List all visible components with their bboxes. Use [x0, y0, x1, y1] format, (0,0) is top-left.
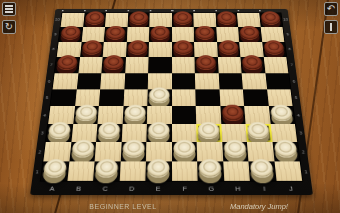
square-J8[interactable] [262, 42, 287, 57]
square-A7[interactable] [55, 57, 80, 73]
white-piece[interactable] [173, 142, 195, 160]
file-label: E [145, 185, 172, 191]
square-A1[interactable] [41, 161, 69, 181]
white-piece[interactable] [124, 106, 146, 123]
rank-label: 9 [283, 27, 292, 42]
square-J7 [263, 57, 288, 73]
square-C5[interactable] [99, 89, 124, 106]
square-C3[interactable] [96, 124, 122, 142]
white-piece[interactable] [75, 106, 98, 123]
red-piece[interactable] [56, 57, 78, 72]
file-label: H [224, 185, 251, 191]
rank-label: 7 [287, 57, 296, 73]
square-G5[interactable] [195, 89, 220, 106]
square-A9[interactable] [59, 27, 83, 42]
red-piece[interactable] [103, 57, 124, 72]
red-piece[interactable] [60, 27, 81, 41]
square-G3[interactable] [196, 124, 222, 142]
square-A6 [53, 73, 78, 89]
square-J1 [274, 161, 302, 181]
red-piece[interactable] [222, 106, 244, 123]
square-D1 [119, 161, 146, 181]
white-piece[interactable] [223, 142, 246, 160]
square-I1[interactable] [248, 161, 276, 181]
file-label: I [251, 185, 278, 191]
square-E5[interactable] [147, 89, 171, 106]
square-G6 [195, 73, 219, 89]
file-label: J [277, 185, 304, 191]
rank-label: 1 [301, 162, 311, 182]
checkers-app: ABCDEFGHIJ 10987654321 10987654321 ↻ ↶ B… [0, 0, 340, 213]
white-piece[interactable] [148, 123, 170, 140]
rank-label: 5 [291, 89, 301, 106]
square-H7 [217, 57, 241, 73]
square-H1 [223, 161, 250, 181]
level-label: BEGINNER LEVEL [58, 200, 188, 212]
square-J2[interactable] [272, 142, 300, 161]
square-H8[interactable] [217, 42, 241, 57]
file-label: A [38, 185, 65, 191]
square-I9[interactable] [238, 27, 262, 42]
square-I3[interactable] [246, 124, 273, 142]
red-piece[interactable] [127, 42, 147, 56]
red-piece[interactable] [196, 57, 217, 72]
red-piece[interactable] [173, 13, 192, 26]
red-piece[interactable] [217, 13, 237, 26]
mandatory-jump-message: Mandatory Jump! [200, 200, 318, 212]
white-piece[interactable] [43, 161, 68, 180]
square-C1[interactable] [93, 161, 120, 181]
square-D10[interactable] [127, 13, 150, 27]
red-piece[interactable] [81, 42, 102, 56]
menu-icon[interactable] [2, 2, 16, 16]
board-grid [40, 12, 304, 181]
square-D7 [125, 57, 149, 73]
square-J6[interactable] [265, 73, 290, 89]
square-F4[interactable] [172, 106, 197, 124]
red-piece[interactable] [129, 13, 149, 26]
red-piece[interactable] [263, 42, 284, 56]
rank-label: 3 [296, 124, 306, 142]
restart-icon[interactable]: ↻ [2, 20, 16, 34]
square-F10[interactable] [172, 13, 194, 27]
white-piece[interactable] [71, 142, 95, 160]
square-H10[interactable] [215, 13, 238, 27]
square-A5[interactable] [50, 89, 76, 106]
red-piece[interactable] [195, 27, 215, 41]
red-piece[interactable] [105, 27, 125, 41]
square-G1[interactable] [197, 161, 224, 181]
square-E7[interactable] [148, 57, 171, 73]
white-piece[interactable] [122, 142, 145, 160]
white-piece[interactable] [199, 161, 222, 180]
red-piece[interactable] [260, 13, 281, 26]
checkers-board: ABCDEFGHIJ 10987654321 10987654321 [30, 9, 313, 195]
square-E9[interactable] [149, 27, 172, 42]
white-piece[interactable] [95, 161, 119, 180]
white-piece[interactable] [270, 106, 293, 123]
white-piece[interactable] [147, 161, 170, 180]
square-F1 [172, 161, 198, 181]
file-label: F [172, 185, 199, 191]
white-piece[interactable] [98, 123, 121, 140]
square-B2[interactable] [69, 142, 96, 161]
red-piece[interactable] [218, 42, 239, 56]
red-piece[interactable] [173, 42, 193, 56]
square-I5[interactable] [243, 89, 269, 106]
square-E1[interactable] [145, 161, 171, 181]
rank-label: 8 [285, 42, 294, 57]
rank-label: 4 [294, 106, 304, 124]
rank-label: 10 [281, 12, 290, 26]
square-D8[interactable] [126, 42, 149, 57]
square-B10[interactable] [83, 13, 106, 27]
square-B7 [78, 57, 103, 73]
white-piece[interactable] [149, 89, 170, 105]
red-piece[interactable] [242, 57, 263, 72]
square-E8 [149, 42, 172, 57]
square-F8[interactable] [172, 42, 195, 57]
square-H2[interactable] [222, 142, 249, 161]
red-piece[interactable] [84, 13, 104, 26]
undo-icon[interactable]: ↶ [324, 2, 338, 16]
white-piece[interactable] [198, 123, 220, 140]
square-D6[interactable] [124, 73, 148, 89]
square-B1 [67, 161, 95, 181]
square-B6[interactable] [76, 73, 101, 89]
square-G9[interactable] [194, 27, 217, 42]
red-piece[interactable] [150, 27, 170, 41]
square-C7[interactable] [101, 57, 125, 73]
square-J10[interactable] [259, 13, 283, 27]
square-E3[interactable] [146, 124, 171, 142]
white-piece[interactable] [247, 123, 270, 140]
square-B8[interactable] [80, 42, 104, 57]
info-icon[interactable] [324, 20, 338, 34]
white-piece[interactable] [274, 142, 298, 160]
square-H4[interactable] [220, 106, 246, 124]
rank-label: 6 [289, 73, 298, 89]
square-C6 [100, 73, 125, 89]
square-B4[interactable] [73, 106, 99, 124]
square-J4[interactable] [268, 106, 294, 124]
red-piece[interactable] [240, 27, 261, 41]
file-label: C [92, 185, 119, 191]
square-G7[interactable] [194, 57, 218, 73]
file-label: D [118, 185, 145, 191]
square-F7 [172, 57, 195, 73]
square-F5 [172, 89, 196, 106]
square-H6[interactable] [218, 73, 243, 89]
square-I6 [242, 73, 267, 89]
square-F6[interactable] [172, 73, 196, 89]
white-piece[interactable] [48, 123, 72, 140]
square-F2[interactable] [172, 142, 198, 161]
file-label: B [65, 185, 92, 191]
white-piece[interactable] [250, 161, 274, 180]
square-D2[interactable] [120, 142, 146, 161]
square-C9[interactable] [104, 27, 127, 42]
square-D4[interactable] [122, 106, 147, 124]
square-A3[interactable] [46, 124, 73, 142]
file-labels: ABCDEFGHIJ [38, 183, 305, 193]
file-label: G [198, 185, 225, 191]
square-I7[interactable] [240, 57, 265, 73]
